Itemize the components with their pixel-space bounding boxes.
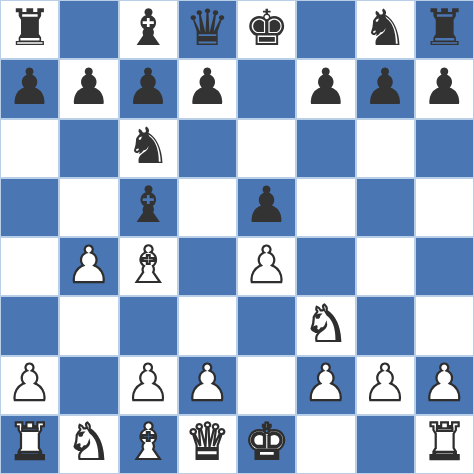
black-pawn-icon[interactable]: ♟	[422, 62, 467, 112]
black-pawn-icon[interactable]: ♟	[303, 62, 348, 112]
black-bishop-icon[interactable]: ♝	[126, 3, 171, 53]
square-a2[interactable]: ♟	[0, 356, 59, 415]
black-pawn-icon[interactable]: ♟	[185, 62, 230, 112]
square-c5[interactable]: ♝	[119, 178, 178, 237]
square-e3[interactable]	[237, 296, 296, 355]
square-g5[interactable]	[356, 178, 415, 237]
square-e7[interactable]	[237, 59, 296, 118]
white-pawn-icon[interactable]: ♟	[422, 358, 467, 408]
square-c4[interactable]: ♝	[119, 237, 178, 296]
square-e1[interactable]: ♚	[237, 415, 296, 474]
square-f5[interactable]	[296, 178, 355, 237]
white-bishop-icon[interactable]: ♝	[126, 417, 171, 467]
white-rook-icon[interactable]: ♜	[7, 417, 52, 467]
square-a7[interactable]: ♟	[0, 59, 59, 118]
square-b6[interactable]	[59, 119, 118, 178]
square-b4[interactable]: ♟	[59, 237, 118, 296]
square-g8[interactable]: ♞	[356, 0, 415, 59]
square-f4[interactable]	[296, 237, 355, 296]
white-pawn-icon[interactable]: ♟	[244, 240, 289, 290]
white-pawn-icon[interactable]: ♟	[303, 358, 348, 408]
square-e5[interactable]: ♟	[237, 178, 296, 237]
black-knight-icon[interactable]: ♞	[126, 121, 171, 171]
square-e6[interactable]	[237, 119, 296, 178]
square-b5[interactable]	[59, 178, 118, 237]
square-c8[interactable]: ♝	[119, 0, 178, 59]
white-rook-icon[interactable]: ♜	[422, 417, 467, 467]
white-queen-icon[interactable]: ♛	[185, 417, 230, 467]
square-a4[interactable]	[0, 237, 59, 296]
square-d8[interactable]: ♛	[178, 0, 237, 59]
square-h2[interactable]: ♟	[415, 356, 474, 415]
square-c1[interactable]: ♝	[119, 415, 178, 474]
square-c3[interactable]	[119, 296, 178, 355]
square-h8[interactable]: ♜	[415, 0, 474, 59]
white-pawn-icon[interactable]: ♟	[363, 358, 408, 408]
square-h3[interactable]	[415, 296, 474, 355]
square-f1[interactable]	[296, 415, 355, 474]
square-f2[interactable]: ♟	[296, 356, 355, 415]
chess-board: ♜♝♛♚♞♜♟♟♟♟♟♟♟♞♝♟♟♝♟♞♟♟♟♟♟♟♜♞♝♛♚♜	[0, 0, 474, 474]
black-pawn-icon[interactable]: ♟	[363, 62, 408, 112]
square-g1[interactable]	[356, 415, 415, 474]
square-g6[interactable]	[356, 119, 415, 178]
square-d2[interactable]: ♟	[178, 356, 237, 415]
black-pawn-icon[interactable]: ♟	[7, 62, 52, 112]
square-d4[interactable]	[178, 237, 237, 296]
white-pawn-icon[interactable]: ♟	[126, 358, 171, 408]
square-h7[interactable]: ♟	[415, 59, 474, 118]
square-d6[interactable]	[178, 119, 237, 178]
square-a6[interactable]	[0, 119, 59, 178]
white-king-icon[interactable]: ♚	[244, 417, 289, 467]
square-h4[interactable]	[415, 237, 474, 296]
white-knight-icon[interactable]: ♞	[66, 417, 111, 467]
square-a3[interactable]	[0, 296, 59, 355]
square-f7[interactable]: ♟	[296, 59, 355, 118]
square-d5[interactable]	[178, 178, 237, 237]
square-d1[interactable]: ♛	[178, 415, 237, 474]
black-king-icon[interactable]: ♚	[244, 3, 289, 53]
square-b3[interactable]	[59, 296, 118, 355]
square-c2[interactable]: ♟	[119, 356, 178, 415]
square-h5[interactable]	[415, 178, 474, 237]
white-pawn-icon[interactable]: ♟	[66, 240, 111, 290]
square-d3[interactable]	[178, 296, 237, 355]
square-f6[interactable]	[296, 119, 355, 178]
square-f3[interactable]: ♞	[296, 296, 355, 355]
square-a1[interactable]: ♜	[0, 415, 59, 474]
square-g2[interactable]: ♟	[356, 356, 415, 415]
square-e8[interactable]: ♚	[237, 0, 296, 59]
square-g3[interactable]	[356, 296, 415, 355]
square-h1[interactable]: ♜	[415, 415, 474, 474]
white-pawn-icon[interactable]: ♟	[7, 358, 52, 408]
black-bishop-icon[interactable]: ♝	[126, 180, 171, 230]
square-b1[interactable]: ♞	[59, 415, 118, 474]
square-a8[interactable]: ♜	[0, 0, 59, 59]
square-b7[interactable]: ♟	[59, 59, 118, 118]
square-a5[interactable]	[0, 178, 59, 237]
chess-board-container: ♜♝♛♚♞♜♟♟♟♟♟♟♟♞♝♟♟♝♟♞♟♟♟♟♟♟♜♞♝♛♚♜	[0, 0, 474, 474]
black-rook-icon[interactable]: ♜	[422, 3, 467, 53]
square-g7[interactable]: ♟	[356, 59, 415, 118]
black-pawn-icon[interactable]: ♟	[244, 180, 289, 230]
square-c6[interactable]: ♞	[119, 119, 178, 178]
white-bishop-icon[interactable]: ♝	[126, 240, 171, 290]
black-queen-icon[interactable]: ♛	[185, 3, 230, 53]
square-e2[interactable]	[237, 356, 296, 415]
square-d7[interactable]: ♟	[178, 59, 237, 118]
square-e4[interactable]: ♟	[237, 237, 296, 296]
square-h6[interactable]	[415, 119, 474, 178]
black-pawn-icon[interactable]: ♟	[126, 62, 171, 112]
white-knight-icon[interactable]: ♞	[303, 299, 348, 349]
square-b2[interactable]	[59, 356, 118, 415]
square-c7[interactable]: ♟	[119, 59, 178, 118]
square-g4[interactable]	[356, 237, 415, 296]
black-pawn-icon[interactable]: ♟	[66, 62, 111, 112]
square-f8[interactable]	[296, 0, 355, 59]
white-pawn-icon[interactable]: ♟	[185, 358, 230, 408]
black-rook-icon[interactable]: ♜	[7, 3, 52, 53]
square-b8[interactable]	[59, 0, 118, 59]
black-knight-icon[interactable]: ♞	[363, 3, 408, 53]
